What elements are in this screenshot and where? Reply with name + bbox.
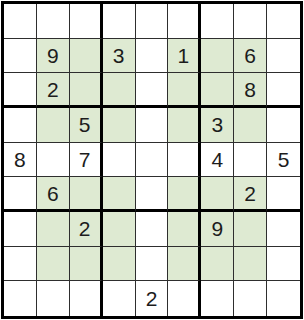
cell-r8c6[interactable]: [168, 247, 201, 282]
cell-r6c5[interactable]: [136, 177, 169, 212]
cell-r1c8[interactable]: [234, 4, 267, 39]
cell-r3c6[interactable]: [168, 73, 201, 108]
cell-r6c9[interactable]: [267, 177, 300, 212]
cell-r2c3[interactable]: [70, 39, 103, 74]
cell-r1c2[interactable]: [37, 4, 70, 39]
cell-r5c5[interactable]: [136, 143, 169, 178]
cell-r2c7[interactable]: [201, 39, 234, 74]
cell-r8c5[interactable]: [136, 247, 169, 282]
cell-r9c3[interactable]: [70, 281, 103, 316]
cell-r8c1[interactable]: [4, 247, 37, 282]
cell-r2c1[interactable]: [4, 39, 37, 74]
cell-r2c8[interactable]: 6: [234, 39, 267, 74]
cell-r2c9[interactable]: [267, 39, 300, 74]
cell-r3c9[interactable]: [267, 73, 300, 108]
cell-r5c4[interactable]: [103, 143, 136, 178]
cell-r8c4[interactable]: [103, 247, 136, 282]
cell-r3c4[interactable]: [103, 73, 136, 108]
cell-r1c1[interactable]: [4, 4, 37, 39]
cell-r9c2[interactable]: [37, 281, 70, 316]
cell-r7c1[interactable]: [4, 212, 37, 247]
cell-r9c6[interactable]: [168, 281, 201, 316]
cell-r8c3[interactable]: [70, 247, 103, 282]
cell-r5c9[interactable]: 5: [267, 143, 300, 178]
cell-r4c7[interactable]: 3: [201, 108, 234, 143]
cell-r7c3[interactable]: 2: [70, 212, 103, 247]
cell-r4c9[interactable]: [267, 108, 300, 143]
cell-r5c6[interactable]: [168, 143, 201, 178]
cell-r4c6[interactable]: [168, 108, 201, 143]
cell-r5c3[interactable]: 7: [70, 143, 103, 178]
cell-r1c7[interactable]: [201, 4, 234, 39]
cell-r7c5[interactable]: [136, 212, 169, 247]
cell-r7c8[interactable]: [234, 212, 267, 247]
cell-r2c6[interactable]: 1: [168, 39, 201, 74]
cell-r4c8[interactable]: [234, 108, 267, 143]
cell-r6c6[interactable]: [168, 177, 201, 212]
cell-r5c1[interactable]: 8: [4, 143, 37, 178]
cell-r1c5[interactable]: [136, 4, 169, 39]
cell-r5c8[interactable]: [234, 143, 267, 178]
cell-r4c3[interactable]: 5: [70, 108, 103, 143]
cell-r2c4[interactable]: 3: [103, 39, 136, 74]
cell-r3c1[interactable]: [4, 73, 37, 108]
cell-r1c4[interactable]: [103, 4, 136, 39]
cell-r2c2[interactable]: 9: [37, 39, 70, 74]
cell-r7c2[interactable]: [37, 212, 70, 247]
cell-r5c7[interactable]: 4: [201, 143, 234, 178]
cell-r8c7[interactable]: [201, 247, 234, 282]
cell-r7c6[interactable]: [168, 212, 201, 247]
cell-r9c4[interactable]: [103, 281, 136, 316]
sudoku-board: 93162853874562292: [1, 1, 303, 319]
cell-r4c2[interactable]: [37, 108, 70, 143]
cell-r7c4[interactable]: [103, 212, 136, 247]
cell-r1c6[interactable]: [168, 4, 201, 39]
cell-r9c8[interactable]: [234, 281, 267, 316]
cell-r2c5[interactable]: [136, 39, 169, 74]
cell-r9c7[interactable]: [201, 281, 234, 316]
cell-r6c4[interactable]: [103, 177, 136, 212]
cell-r4c1[interactable]: [4, 108, 37, 143]
cell-r8c8[interactable]: [234, 247, 267, 282]
cell-r3c2[interactable]: 2: [37, 73, 70, 108]
cell-r8c9[interactable]: [267, 247, 300, 282]
cell-r7c9[interactable]: [267, 212, 300, 247]
cell-r1c3[interactable]: [70, 4, 103, 39]
cell-r6c8[interactable]: 2: [234, 177, 267, 212]
cell-r5c2[interactable]: [37, 143, 70, 178]
cell-r4c4[interactable]: [103, 108, 136, 143]
cell-r6c3[interactable]: [70, 177, 103, 212]
cell-r8c2[interactable]: [37, 247, 70, 282]
cell-r6c1[interactable]: [4, 177, 37, 212]
cell-r3c8[interactable]: 8: [234, 73, 267, 108]
cell-r7c7[interactable]: 9: [201, 212, 234, 247]
cell-r3c7[interactable]: [201, 73, 234, 108]
cell-r9c5[interactable]: 2: [136, 281, 169, 316]
cell-r4c5[interactable]: [136, 108, 169, 143]
cell-r9c9[interactable]: [267, 281, 300, 316]
cell-r3c5[interactable]: [136, 73, 169, 108]
cell-r3c3[interactable]: [70, 73, 103, 108]
cell-r1c9[interactable]: [267, 4, 300, 39]
cell-r9c1[interactable]: [4, 281, 37, 316]
sudoku-board-wrapper: 93162853874562292: [0, 0, 304, 320]
cell-r6c7[interactable]: [201, 177, 234, 212]
cell-r6c2[interactable]: 6: [37, 177, 70, 212]
